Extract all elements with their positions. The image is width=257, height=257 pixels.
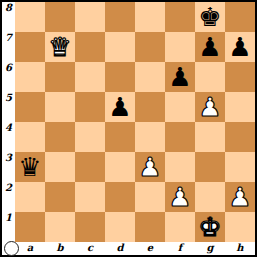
rank-label-2: 2 — [2, 182, 15, 212]
square-c1[interactable] — [75, 212, 105, 242]
white-king-g1[interactable]: ♚ — [195, 212, 225, 242]
square-e5[interactable] — [135, 92, 165, 122]
square-d5[interactable]: ♟ — [105, 92, 135, 122]
square-g3[interactable] — [195, 152, 225, 182]
square-c5[interactable] — [75, 92, 105, 122]
black-queen-a3[interactable]: ♛ — [15, 152, 45, 182]
white-pawn-e3[interactable]: ♟ — [135, 152, 165, 182]
square-a7[interactable] — [15, 32, 45, 62]
square-g2[interactable] — [195, 182, 225, 212]
file-label-b: b — [45, 242, 75, 255]
square-b2[interactable] — [45, 182, 75, 212]
square-h5[interactable] — [225, 92, 255, 122]
black-pawn-g7[interactable]: ♟ — [195, 32, 225, 62]
square-e1[interactable] — [135, 212, 165, 242]
square-d7[interactable] — [105, 32, 135, 62]
square-d6[interactable] — [105, 62, 135, 92]
square-e2[interactable] — [135, 182, 165, 212]
white-pawn-f2[interactable]: ♟ — [165, 182, 195, 212]
rank-label-3: 3 — [2, 152, 15, 182]
square-f5[interactable] — [165, 92, 195, 122]
chess-board[interactable]: ♚♛♟♟♟♟♟♛♟♟♟♚ — [15, 2, 255, 242]
square-f6[interactable]: ♟ — [165, 62, 195, 92]
chess-diagram: 87654321 ♚♛♟♟♟♟♟♛♟♟♟♚ abcdefgh — [0, 0, 257, 257]
square-e8[interactable] — [135, 2, 165, 32]
square-b6[interactable] — [45, 62, 75, 92]
square-e7[interactable] — [135, 32, 165, 62]
square-a4[interactable] — [15, 122, 45, 152]
rank-label-4: 4 — [2, 122, 15, 152]
square-c2[interactable] — [75, 182, 105, 212]
square-b1[interactable] — [45, 212, 75, 242]
square-g5[interactable]: ♟ — [195, 92, 225, 122]
square-g6[interactable] — [195, 62, 225, 92]
square-c4[interactable] — [75, 122, 105, 152]
white-to-move-indicator — [4, 241, 19, 256]
square-b5[interactable] — [45, 92, 75, 122]
square-h6[interactable] — [225, 62, 255, 92]
file-label-g: g — [195, 242, 225, 255]
square-h1[interactable] — [225, 212, 255, 242]
square-f4[interactable] — [165, 122, 195, 152]
square-f8[interactable] — [165, 2, 195, 32]
square-f1[interactable] — [165, 212, 195, 242]
rank-label-6: 6 — [2, 62, 15, 92]
rank-label-7: 7 — [2, 32, 15, 62]
square-g4[interactable] — [195, 122, 225, 152]
rank-label-1: 1 — [2, 212, 15, 242]
square-h2[interactable]: ♟ — [225, 182, 255, 212]
square-b4[interactable] — [45, 122, 75, 152]
square-e6[interactable] — [135, 62, 165, 92]
square-d3[interactable] — [105, 152, 135, 182]
square-a1[interactable] — [15, 212, 45, 242]
file-label-c: c — [75, 242, 105, 255]
square-b3[interactable] — [45, 152, 75, 182]
square-c3[interactable] — [75, 152, 105, 182]
white-pawn-h2[interactable]: ♟ — [225, 182, 255, 212]
black-king-g8[interactable]: ♚ — [195, 2, 225, 32]
black-pawn-h7[interactable]: ♟ — [225, 32, 255, 62]
square-a2[interactable] — [15, 182, 45, 212]
square-c7[interactable] — [75, 32, 105, 62]
square-d2[interactable] — [105, 182, 135, 212]
square-c6[interactable] — [75, 62, 105, 92]
square-b8[interactable] — [45, 2, 75, 32]
square-f3[interactable] — [165, 152, 195, 182]
square-e3[interactable]: ♟ — [135, 152, 165, 182]
black-pawn-d5[interactable]: ♟ — [105, 92, 135, 122]
square-f7[interactable] — [165, 32, 195, 62]
file-label-e: e — [135, 242, 165, 255]
square-g1[interactable]: ♚ — [195, 212, 225, 242]
file-label-a: a — [15, 242, 45, 255]
file-label-f: f — [165, 242, 195, 255]
square-a6[interactable] — [15, 62, 45, 92]
square-g8[interactable]: ♚ — [195, 2, 225, 32]
square-c8[interactable] — [75, 2, 105, 32]
square-a5[interactable] — [15, 92, 45, 122]
file-label-h: h — [225, 242, 255, 255]
rank-label-8: 8 — [2, 2, 15, 32]
black-pawn-f6[interactable]: ♟ — [165, 62, 195, 92]
square-h3[interactable] — [225, 152, 255, 182]
square-d4[interactable] — [105, 122, 135, 152]
square-f2[interactable]: ♟ — [165, 182, 195, 212]
square-h8[interactable] — [225, 2, 255, 32]
white-pawn-g5[interactable]: ♟ — [195, 92, 225, 122]
rank-labels: 87654321 — [2, 2, 15, 242]
square-h7[interactable]: ♟ — [225, 32, 255, 62]
file-labels: abcdefgh — [15, 242, 255, 255]
square-d1[interactable] — [105, 212, 135, 242]
square-d8[interactable] — [105, 2, 135, 32]
rank-label-5: 5 — [2, 92, 15, 122]
white-queen-b7[interactable]: ♛ — [45, 32, 75, 62]
square-a3[interactable]: ♛ — [15, 152, 45, 182]
square-e4[interactable] — [135, 122, 165, 152]
square-h4[interactable] — [225, 122, 255, 152]
square-g7[interactable]: ♟ — [195, 32, 225, 62]
diagram-inner: 87654321 ♚♛♟♟♟♟♟♛♟♟♟♚ abcdefgh — [2, 2, 255, 255]
square-a8[interactable] — [15, 2, 45, 32]
file-label-d: d — [105, 242, 135, 255]
square-b7[interactable]: ♛ — [45, 32, 75, 62]
